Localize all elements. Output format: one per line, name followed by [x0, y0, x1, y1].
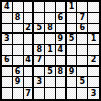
cell-r2c2: 8 [13, 13, 24, 24]
cell-r4c4[interactable] [34, 34, 45, 45]
cell-r7c6: 8 [56, 67, 67, 78]
sudoku-board: 41867258639518146472658993573 [0, 0, 101, 101]
cell-r1c2[interactable] [13, 2, 24, 13]
cell-r4c3[interactable] [24, 34, 35, 45]
cell-r3c2[interactable] [13, 24, 24, 35]
cell-r6c6[interactable] [56, 56, 67, 67]
cell-r3c3: 2 [24, 24, 35, 35]
cell-r1c3[interactable] [24, 2, 35, 13]
cell-r2c7[interactable] [67, 13, 78, 24]
cell-r3c7[interactable] [67, 24, 78, 35]
cell-r5c4: 8 [34, 45, 45, 56]
cell-r7c3[interactable] [24, 67, 35, 78]
cell-r4c6: 9 [56, 34, 67, 45]
cell-r6c8[interactable] [77, 56, 88, 67]
cell-r5c2[interactable] [13, 45, 24, 56]
cell-r9c8[interactable] [77, 88, 88, 99]
cell-r4c9: 1 [88, 34, 99, 45]
cell-r4c8[interactable] [77, 34, 88, 45]
cell-r7c7: 9 [67, 67, 78, 78]
cell-r6c5[interactable] [45, 56, 56, 67]
cell-r2c4[interactable] [34, 13, 45, 24]
cell-r9c9: 3 [88, 88, 99, 99]
cell-r8c1[interactable] [2, 77, 13, 88]
cell-r6c4: 7 [34, 56, 45, 67]
cell-r2c5[interactable] [45, 13, 56, 24]
cell-r4c7: 5 [67, 34, 78, 45]
cell-r1c7: 1 [67, 2, 78, 13]
cell-r5c3[interactable] [24, 45, 35, 56]
cell-r9c6[interactable] [56, 88, 67, 99]
cell-r2c8: 7 [77, 13, 88, 24]
cell-r1c1: 4 [2, 2, 13, 13]
cell-r3c8: 6 [77, 24, 88, 35]
cell-r8c7[interactable] [67, 77, 78, 88]
cell-r6c9: 2 [88, 56, 99, 67]
cell-r6c3: 4 [24, 56, 35, 67]
cell-r7c8[interactable] [77, 67, 88, 78]
cell-r5c9[interactable] [88, 45, 99, 56]
cell-r1c4[interactable] [34, 2, 45, 13]
cell-r5c6: 4 [56, 45, 67, 56]
cell-r8c4: 3 [34, 77, 45, 88]
cell-r7c5: 5 [45, 67, 56, 78]
cell-r1c8[interactable] [77, 2, 88, 13]
cell-r4c2[interactable] [13, 34, 24, 45]
cell-r8c8: 5 [77, 77, 88, 88]
cell-r8c2: 9 [13, 77, 24, 88]
cell-r3c9[interactable] [88, 24, 99, 35]
cell-r9c5[interactable] [45, 88, 56, 99]
cell-r3c5: 8 [45, 24, 56, 35]
cell-r6c1: 6 [2, 56, 13, 67]
cell-r7c4[interactable] [34, 67, 45, 78]
cell-r4c1: 3 [2, 34, 13, 45]
cell-r9c7[interactable] [67, 88, 78, 99]
cell-r2c9[interactable] [88, 13, 99, 24]
cell-r9c4[interactable] [34, 88, 45, 99]
cell-r5c7[interactable] [67, 45, 78, 56]
cell-r3c4: 5 [34, 24, 45, 35]
cell-r3c1[interactable] [2, 24, 13, 35]
cell-r3c6[interactable] [56, 24, 67, 35]
cell-r5c8[interactable] [77, 45, 88, 56]
cell-r2c6: 6 [56, 13, 67, 24]
cell-r8c3[interactable] [24, 77, 35, 88]
cell-r6c2[interactable] [13, 56, 24, 67]
cell-r9c3: 7 [24, 88, 35, 99]
cell-r8c6[interactable] [56, 77, 67, 88]
cell-r2c3[interactable] [24, 13, 35, 24]
cell-r4c5[interactable] [45, 34, 56, 45]
cell-r1c9[interactable] [88, 2, 99, 13]
cell-r8c5[interactable] [45, 77, 56, 88]
cell-r8c9[interactable] [88, 77, 99, 88]
cell-r9c1[interactable] [2, 88, 13, 99]
cell-r9c2[interactable] [13, 88, 24, 99]
cell-r7c2: 6 [13, 67, 24, 78]
cell-r5c5: 1 [45, 45, 56, 56]
cell-r1c6[interactable] [56, 2, 67, 13]
cell-r1c5[interactable] [45, 2, 56, 13]
cell-r7c9[interactable] [88, 67, 99, 78]
cell-r5c1[interactable] [2, 45, 13, 56]
cell-r6c7[interactable] [67, 56, 78, 67]
cell-r7c1[interactable] [2, 67, 13, 78]
cell-r2c1[interactable] [2, 13, 13, 24]
